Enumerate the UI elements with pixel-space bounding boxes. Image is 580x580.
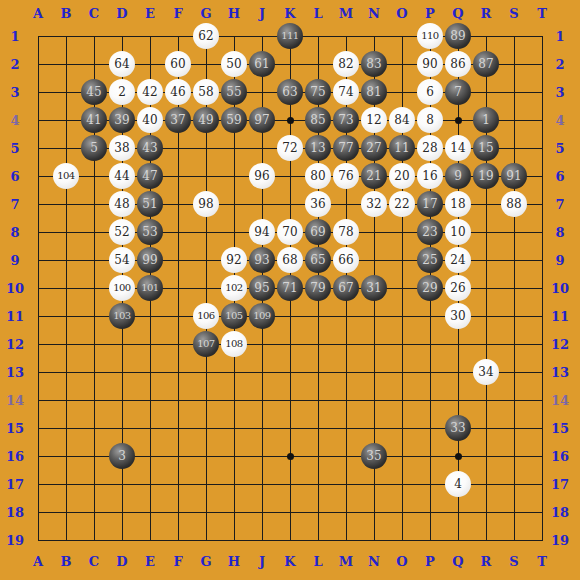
- move-number: 28: [422, 142, 437, 154]
- move-number: 63: [282, 86, 297, 98]
- col-label-bottom-L: L: [313, 555, 322, 568]
- row-label-left-4: 4: [10, 114, 19, 127]
- move-number: 42: [142, 86, 157, 98]
- stone-white-Q8[interactable]: 10: [445, 219, 471, 245]
- stone-white-M2[interactable]: 82: [333, 51, 359, 77]
- move-number: 20: [394, 170, 409, 182]
- col-label-bottom-F: F: [173, 555, 182, 568]
- col-label-top-N: N: [368, 7, 380, 20]
- move-number: 31: [366, 282, 381, 294]
- move-number: 77: [338, 142, 353, 154]
- row-label-right-6: 6: [555, 170, 564, 183]
- stone-white-P1[interactable]: 110: [417, 23, 443, 49]
- col-label-bottom-K: K: [284, 555, 295, 568]
- stone-white-K8[interactable]: 70: [277, 219, 303, 245]
- move-number: 90: [422, 58, 437, 70]
- move-number: 22: [394, 198, 409, 210]
- col-label-top-E: E: [145, 7, 155, 20]
- move-number: 25: [422, 254, 437, 266]
- move-number: 52: [114, 226, 129, 238]
- row-label-right-9: 9: [555, 254, 564, 267]
- stone-black-J11[interactable]: 109: [249, 303, 275, 329]
- row-label-left-1: 1: [10, 30, 19, 43]
- stone-black-R2[interactable]: 87: [473, 51, 499, 77]
- move-number: 65: [310, 254, 325, 266]
- stone-white-Q17[interactable]: 4: [445, 471, 471, 497]
- col-label-bottom-Q: Q: [452, 555, 463, 568]
- stone-white-J6[interactable]: 96: [249, 163, 275, 189]
- move-number: 81: [366, 86, 381, 98]
- row-label-left-7: 7: [10, 198, 19, 211]
- move-number: 51: [142, 198, 157, 210]
- move-number: 110: [421, 31, 438, 41]
- col-label-top-F: F: [173, 7, 182, 20]
- move-number: 30: [450, 310, 465, 322]
- stone-black-P9[interactable]: 25: [417, 247, 443, 273]
- move-number: 12: [366, 114, 381, 126]
- move-number: 41: [86, 114, 101, 126]
- stone-white-G7[interactable]: 98: [193, 191, 219, 217]
- move-number: 6: [426, 86, 434, 98]
- move-number: 92: [226, 254, 241, 266]
- move-number: 109: [253, 311, 270, 321]
- stone-black-M10[interactable]: 67: [333, 275, 359, 301]
- col-label-bottom-R: R: [481, 555, 492, 568]
- row-label-left-8: 8: [10, 226, 19, 239]
- row-label-left-3: 3: [10, 86, 19, 99]
- move-number: 71: [282, 282, 297, 294]
- row-label-left-14: 14: [6, 394, 24, 407]
- stone-black-H3[interactable]: 55: [221, 79, 247, 105]
- row-label-right-1: 1: [555, 30, 564, 43]
- move-number: 93: [254, 254, 269, 266]
- stone-white-M8[interactable]: 78: [333, 219, 359, 245]
- stone-black-S6[interactable]: 91: [501, 163, 527, 189]
- stone-black-E9[interactable]: 99: [137, 247, 163, 273]
- row-label-left-18: 18: [6, 506, 24, 519]
- col-label-top-J: J: [259, 7, 265, 20]
- move-number: 48: [114, 198, 129, 210]
- stone-white-G11[interactable]: 106: [193, 303, 219, 329]
- stone-black-M5[interactable]: 77: [333, 135, 359, 161]
- move-number: 61: [254, 58, 269, 70]
- move-number: 102: [225, 283, 242, 293]
- move-number: 29: [422, 282, 437, 294]
- move-number: 21: [366, 170, 381, 182]
- stone-white-Q11[interactable]: 30: [445, 303, 471, 329]
- stone-black-E7[interactable]: 51: [137, 191, 163, 217]
- stone-white-Q5[interactable]: 14: [445, 135, 471, 161]
- row-label-left-10: 10: [6, 282, 24, 295]
- stone-white-N4[interactable]: 12: [361, 107, 387, 133]
- col-label-top-A: A: [33, 7, 43, 20]
- move-number: 43: [142, 142, 157, 154]
- col-label-top-B: B: [61, 7, 72, 20]
- move-number: 69: [310, 226, 325, 238]
- move-number: 23: [422, 226, 437, 238]
- move-number: 18: [450, 198, 465, 210]
- stone-white-Q9[interactable]: 24: [445, 247, 471, 273]
- col-label-top-S: S: [509, 7, 518, 20]
- stone-black-L5[interactable]: 13: [305, 135, 331, 161]
- move-number: 66: [338, 254, 353, 266]
- move-number: 50: [226, 58, 241, 70]
- stone-white-N7[interactable]: 32: [361, 191, 387, 217]
- stone-white-D8[interactable]: 52: [109, 219, 135, 245]
- stone-white-P6[interactable]: 16: [417, 163, 443, 189]
- col-label-bottom-B: B: [61, 555, 72, 568]
- stone-white-H9[interactable]: 92: [221, 247, 247, 273]
- stone-white-E4[interactable]: 40: [137, 107, 163, 133]
- stone-black-N10[interactable]: 31: [361, 275, 387, 301]
- move-number: 19: [478, 170, 493, 182]
- move-number: 17: [422, 198, 437, 210]
- move-number: 46: [170, 86, 185, 98]
- move-number: 67: [338, 282, 353, 294]
- stone-black-N3[interactable]: 81: [361, 79, 387, 105]
- stone-black-Q15[interactable]: 33: [445, 415, 471, 441]
- move-number: 33: [450, 422, 465, 434]
- row-label-left-2: 2: [10, 58, 19, 71]
- move-number: 47: [142, 170, 157, 182]
- stone-white-F2[interactable]: 60: [165, 51, 191, 77]
- move-number: 74: [338, 86, 353, 98]
- col-label-top-C: C: [89, 7, 99, 20]
- stone-white-G3[interactable]: 58: [193, 79, 219, 105]
- stone-white-H12[interactable]: 108: [221, 331, 247, 357]
- stone-black-L10[interactable]: 79: [305, 275, 331, 301]
- move-number: 3: [118, 450, 126, 462]
- move-number: 37: [170, 114, 185, 126]
- stone-black-N16[interactable]: 35: [361, 443, 387, 469]
- move-number: 103: [113, 311, 130, 321]
- stone-black-N5[interactable]: 27: [361, 135, 387, 161]
- stone-black-G12[interactable]: 107: [193, 331, 219, 357]
- move-number: 15: [478, 142, 493, 154]
- move-number: 13: [310, 142, 325, 154]
- stone-white-P4[interactable]: 8: [417, 107, 443, 133]
- stone-black-Q1[interactable]: 89: [445, 23, 471, 49]
- stone-white-D10[interactable]: 100: [109, 275, 135, 301]
- move-number: 88: [506, 198, 521, 210]
- move-number: 27: [366, 142, 381, 154]
- row-label-left-5: 5: [10, 142, 19, 155]
- move-number: 95: [254, 282, 269, 294]
- move-number: 34: [478, 366, 493, 378]
- col-label-bottom-O: O: [396, 555, 407, 568]
- stone-white-M9[interactable]: 66: [333, 247, 359, 273]
- row-label-left-19: 19: [6, 534, 24, 547]
- stone-white-H2[interactable]: 50: [221, 51, 247, 77]
- col-label-top-T: T: [537, 7, 547, 20]
- move-number: 72: [282, 142, 297, 154]
- move-number: 91: [506, 170, 521, 182]
- stone-black-Q6[interactable]: 9: [445, 163, 471, 189]
- move-number: 79: [310, 282, 325, 294]
- col-label-bottom-E: E: [145, 555, 155, 568]
- move-number: 104: [57, 171, 74, 181]
- move-number: 38: [114, 142, 129, 154]
- move-number: 107: [197, 339, 214, 349]
- row-label-right-7: 7: [555, 198, 564, 211]
- move-number: 99: [142, 254, 157, 266]
- col-label-bottom-D: D: [116, 555, 127, 568]
- stone-white-D9[interactable]: 54: [109, 247, 135, 273]
- col-label-top-L: L: [313, 7, 322, 20]
- stone-black-J10[interactable]: 95: [249, 275, 275, 301]
- move-number: 35: [366, 450, 381, 462]
- col-label-top-R: R: [481, 7, 492, 20]
- stone-white-J8[interactable]: 94: [249, 219, 275, 245]
- col-label-bottom-M: M: [339, 555, 353, 568]
- move-number: 16: [422, 170, 437, 182]
- move-number: 84: [394, 114, 409, 126]
- stone-black-J2[interactable]: 61: [249, 51, 275, 77]
- stone-black-D11[interactable]: 103: [109, 303, 135, 329]
- row-label-right-5: 5: [555, 142, 564, 155]
- move-number: 83: [366, 58, 381, 70]
- col-label-bottom-J: J: [259, 555, 265, 568]
- move-number: 44: [114, 170, 129, 182]
- col-label-top-M: M: [339, 7, 353, 20]
- move-number: 80: [310, 170, 325, 182]
- move-number: 89: [450, 30, 465, 42]
- move-number: 49: [198, 114, 213, 126]
- stone-black-K3[interactable]: 63: [277, 79, 303, 105]
- move-number: 58: [198, 86, 213, 98]
- row-label-left-9: 9: [10, 254, 19, 267]
- stone-white-L7[interactable]: 36: [305, 191, 331, 217]
- stone-white-P3[interactable]: 6: [417, 79, 443, 105]
- move-number: 60: [170, 58, 185, 70]
- move-number: 9: [454, 170, 462, 182]
- stone-white-E3[interactable]: 42: [137, 79, 163, 105]
- col-label-bottom-T: T: [537, 555, 547, 568]
- stone-black-H11[interactable]: 105: [221, 303, 247, 329]
- row-label-left-11: 11: [6, 310, 24, 323]
- move-number: 55: [226, 86, 241, 98]
- move-number: 96: [254, 170, 269, 182]
- row-label-left-13: 13: [6, 366, 24, 379]
- row-label-right-8: 8: [555, 226, 564, 239]
- col-label-bottom-H: H: [228, 555, 240, 568]
- stone-black-K10[interactable]: 71: [277, 275, 303, 301]
- move-number: 62: [198, 30, 213, 42]
- col-label-top-Q: Q: [452, 7, 463, 20]
- row-label-left-15: 15: [6, 422, 24, 435]
- move-number: 76: [338, 170, 353, 182]
- move-number: 64: [114, 58, 129, 70]
- stone-black-M4[interactable]: 73: [333, 107, 359, 133]
- stone-white-R13[interactable]: 34: [473, 359, 499, 385]
- stone-white-B6[interactable]: 104: [53, 163, 79, 189]
- stone-black-L3[interactable]: 75: [305, 79, 331, 105]
- move-number: 59: [226, 114, 241, 126]
- stone-white-D3[interactable]: 2: [109, 79, 135, 105]
- move-number: 85: [310, 114, 325, 126]
- col-label-top-O: O: [396, 7, 407, 20]
- stone-white-Q2[interactable]: 86: [445, 51, 471, 77]
- move-number: 26: [450, 282, 465, 294]
- move-number: 39: [114, 114, 129, 126]
- stone-white-O7[interactable]: 22: [389, 191, 415, 217]
- stone-white-D7[interactable]: 48: [109, 191, 135, 217]
- move-number: 68: [282, 254, 297, 266]
- stone-black-R4[interactable]: 1: [473, 107, 499, 133]
- move-number: 82: [338, 58, 353, 70]
- stone-black-E5[interactable]: 43: [137, 135, 163, 161]
- col-label-bottom-P: P: [425, 555, 435, 568]
- move-number: 105: [225, 311, 242, 321]
- go-board[interactable]: AABBCCDDEEFFGGHHJJKKLLMMNNOOPPQQRRSSTT11…: [0, 0, 580, 580]
- stone-black-G4[interactable]: 49: [193, 107, 219, 133]
- move-number: 45: [86, 86, 101, 98]
- stone-black-D4[interactable]: 39: [109, 107, 135, 133]
- stone-black-C3[interactable]: 45: [81, 79, 107, 105]
- move-number: 8: [426, 114, 434, 126]
- col-label-top-G: G: [200, 7, 211, 20]
- row-label-right-3: 3: [555, 86, 564, 99]
- stone-white-H10[interactable]: 102: [221, 275, 247, 301]
- move-number: 73: [338, 114, 353, 126]
- stone-black-P7[interactable]: 17: [417, 191, 443, 217]
- stone-white-M3[interactable]: 74: [333, 79, 359, 105]
- move-number: 10: [450, 226, 465, 238]
- move-number: 97: [254, 114, 269, 126]
- stone-black-H4[interactable]: 59: [221, 107, 247, 133]
- stone-black-E8[interactable]: 53: [137, 219, 163, 245]
- stone-black-C4[interactable]: 41: [81, 107, 107, 133]
- stone-white-G1[interactable]: 62: [193, 23, 219, 49]
- stone-white-Q10[interactable]: 26: [445, 275, 471, 301]
- stone-white-Q7[interactable]: 18: [445, 191, 471, 217]
- move-number: 101: [141, 283, 158, 293]
- move-number: 111: [281, 31, 298, 41]
- stone-black-P8[interactable]: 23: [417, 219, 443, 245]
- move-number: 4: [454, 478, 462, 490]
- stone-white-D2[interactable]: 64: [109, 51, 135, 77]
- stone-black-D16[interactable]: 3: [109, 443, 135, 469]
- col-label-top-D: D: [116, 7, 127, 20]
- move-number: 2: [118, 86, 126, 98]
- move-number: 106: [197, 311, 214, 321]
- stone-black-O5[interactable]: 11: [389, 135, 415, 161]
- stone-black-L4[interactable]: 85: [305, 107, 331, 133]
- move-number: 11: [394, 142, 409, 154]
- stone-white-P2[interactable]: 90: [417, 51, 443, 77]
- col-label-bottom-S: S: [509, 555, 518, 568]
- stone-black-E10[interactable]: 101: [137, 275, 163, 301]
- stone-black-J4[interactable]: 97: [249, 107, 275, 133]
- row-label-left-6: 6: [10, 170, 19, 183]
- row-label-left-17: 17: [6, 478, 24, 491]
- stone-black-E6[interactable]: 47: [137, 163, 163, 189]
- stone-white-D5[interactable]: 38: [109, 135, 135, 161]
- move-number: 78: [338, 226, 353, 238]
- board-cells: 1234567891011121314151617181920212223242…: [24, 22, 556, 554]
- stone-black-R5[interactable]: 15: [473, 135, 499, 161]
- col-label-bottom-G: G: [200, 555, 211, 568]
- stone-black-R6[interactable]: 19: [473, 163, 499, 189]
- col-label-top-P: P: [425, 7, 435, 20]
- move-number: 53: [142, 226, 157, 238]
- stone-white-P5[interactable]: 28: [417, 135, 443, 161]
- move-number: 32: [366, 198, 381, 210]
- stone-black-L8[interactable]: 69: [305, 219, 331, 245]
- stone-white-F3[interactable]: 46: [165, 79, 191, 105]
- col-label-bottom-C: C: [89, 555, 99, 568]
- stone-black-N2[interactable]: 83: [361, 51, 387, 77]
- stone-white-K5[interactable]: 72: [277, 135, 303, 161]
- row-label-right-4: 4: [555, 114, 564, 127]
- move-number: 70: [282, 226, 297, 238]
- move-number: 94: [254, 226, 269, 238]
- stone-white-S7[interactable]: 88: [501, 191, 527, 217]
- move-number: 98: [198, 198, 213, 210]
- star-point-K4: [287, 117, 294, 124]
- stone-white-O6[interactable]: 20: [389, 163, 415, 189]
- move-number: 24: [450, 254, 465, 266]
- move-number: 87: [478, 58, 493, 70]
- move-number: 36: [310, 198, 325, 210]
- row-label-left-16: 16: [6, 450, 24, 463]
- move-number: 108: [225, 339, 242, 349]
- move-number: 54: [114, 254, 129, 266]
- move-number: 14: [450, 142, 465, 154]
- move-number: 100: [113, 283, 130, 293]
- stone-white-O4[interactable]: 84: [389, 107, 415, 133]
- move-number: 40: [142, 114, 157, 126]
- move-number: 75: [310, 86, 325, 98]
- stone-black-C5[interactable]: 5: [81, 135, 107, 161]
- col-label-top-K: K: [284, 7, 295, 20]
- move-number: 5: [90, 142, 98, 154]
- col-label-top-H: H: [228, 7, 240, 20]
- stone-black-L9[interactable]: 65: [305, 247, 331, 273]
- stone-black-P10[interactable]: 29: [417, 275, 443, 301]
- move-number: 7: [454, 86, 462, 98]
- stone-black-J9[interactable]: 93: [249, 247, 275, 273]
- move-number: 1: [482, 114, 490, 126]
- row-label-right-2: 2: [555, 58, 564, 71]
- stone-black-K1[interactable]: 111: [277, 23, 303, 49]
- stone-white-D6[interactable]: 44: [109, 163, 135, 189]
- stone-black-N6[interactable]: 21: [361, 163, 387, 189]
- move-number: 86: [450, 58, 465, 70]
- stone-white-K9[interactable]: 68: [277, 247, 303, 273]
- stone-white-L6[interactable]: 80: [305, 163, 331, 189]
- col-label-bottom-A: A: [33, 555, 43, 568]
- col-label-bottom-N: N: [368, 555, 380, 568]
- star-point-K16: [287, 453, 294, 460]
- star-point-Q4: [455, 117, 462, 124]
- stone-white-M6[interactable]: 76: [333, 163, 359, 189]
- star-point-Q16: [455, 453, 462, 460]
- row-label-left-12: 12: [6, 338, 24, 351]
- stone-black-Q3[interactable]: 7: [445, 79, 471, 105]
- stone-black-F4[interactable]: 37: [165, 107, 191, 133]
